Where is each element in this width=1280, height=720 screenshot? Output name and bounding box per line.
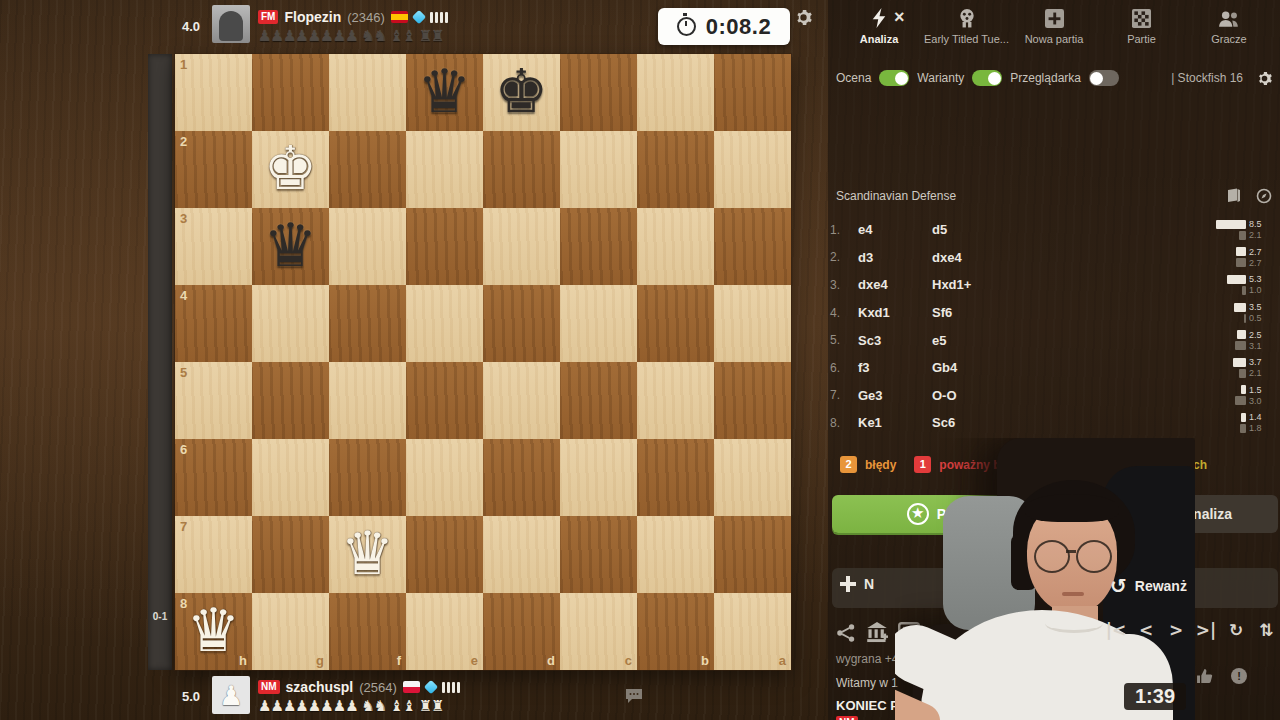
w-time-bar xyxy=(1216,220,1246,229)
bottom-player-name-row: NM szachuspl (2564) xyxy=(258,679,460,695)
square-g4[interactable] xyxy=(252,285,329,362)
new-game-button[interactable]: N xyxy=(840,576,874,592)
square-a4[interactable] xyxy=(714,285,791,362)
move-number: 8. xyxy=(830,416,858,430)
square-g1[interactable] xyxy=(252,54,329,131)
evaluation-bar: 0-1 xyxy=(148,54,172,670)
move-navigation: |< < > >| ↻ ⇅ xyxy=(1104,620,1278,640)
square-g7[interactable] xyxy=(252,516,329,593)
share-icon[interactable] xyxy=(836,622,856,644)
white-queen-h8[interactable]: ♛ xyxy=(175,593,252,670)
top-clock-time: 0:08.2 xyxy=(706,14,771,40)
square-g8[interactable]: g xyxy=(252,593,329,670)
w-time-line: 3.5 xyxy=(1212,302,1276,312)
square-g3[interactable]: ♛ xyxy=(252,208,329,285)
tab-gracze[interactable]: Gracze xyxy=(1186,6,1272,45)
move-number: 1. xyxy=(830,223,858,237)
engine-label: | Stockfish 16 xyxy=(1171,71,1243,85)
analysis-label: Analiza xyxy=(1183,506,1232,522)
toggle-row: Ocena Warianty Przeglądarka | Stockfish … xyxy=(836,70,1272,86)
square-h4[interactable]: 4 xyxy=(175,285,252,362)
spain-flag-icon xyxy=(391,11,408,23)
square-e3[interactable] xyxy=(406,208,483,285)
black-king-d1[interactable]: ♚ xyxy=(483,54,560,131)
black-move[interactable]: dxe4 xyxy=(932,250,1006,265)
b-time-line: 3.1 xyxy=(1212,341,1276,351)
b-time-value: 0.5 xyxy=(1246,313,1275,323)
w-time-value: 5.3 xyxy=(1246,274,1275,284)
white-move[interactable]: e4 xyxy=(858,222,932,237)
b-time-line: 2.1 xyxy=(1212,368,1276,378)
black-queen-e1[interactable]: ♛ xyxy=(406,54,483,131)
w-time-value: 2.5 xyxy=(1246,330,1275,340)
toggle-label-ocena: Ocena xyxy=(836,71,871,85)
square-f8[interactable]: f xyxy=(329,593,406,670)
square-b7[interactable] xyxy=(637,516,714,593)
explorer-compass-icon[interactable] xyxy=(1256,188,1272,204)
square-e4[interactable] xyxy=(406,285,483,362)
medal-icon xyxy=(958,6,976,28)
square-h6[interactable]: 6 xyxy=(175,439,252,516)
move-row-8: 8.Ke1Sc61.41.8 xyxy=(830,409,1276,437)
square-e2[interactable] xyxy=(406,131,483,208)
move-times: 3.50.5 xyxy=(1212,302,1276,323)
streak-bars-icon xyxy=(430,12,448,23)
bottom-player-clock: 1:39 xyxy=(1124,683,1186,710)
w-time-bar xyxy=(1236,247,1246,256)
clock-icon xyxy=(677,17,696,36)
top-player-captured-pieces: ♟♟♟♟♟♟♟♟ ♞♞ ♝♝ ♜♜ xyxy=(258,27,444,45)
square-a2[interactable] xyxy=(714,131,791,208)
nav-back-icon[interactable]: < xyxy=(1134,620,1158,640)
square-d6[interactable] xyxy=(483,439,560,516)
b-time-value: 2.1 xyxy=(1246,230,1275,240)
people-icon xyxy=(1218,6,1240,28)
square-a6[interactable] xyxy=(714,439,791,516)
w-time-line: 3.7 xyxy=(1212,357,1276,367)
mistakes-label: błędy xyxy=(865,458,896,472)
square-e8[interactable]: e xyxy=(406,593,483,670)
b-time-value: 2.7 xyxy=(1246,258,1275,268)
w-time-value: 8.5 xyxy=(1246,219,1275,229)
b-time-line: 1.8 xyxy=(1212,423,1276,433)
rank-label-2: 2 xyxy=(180,135,187,148)
tab-analiza[interactable]: Analiza xyxy=(836,6,922,45)
square-a1[interactable] xyxy=(714,54,791,131)
square-a3[interactable] xyxy=(714,208,791,285)
w-time-line: 5.3 xyxy=(1212,274,1276,284)
top-player-title-badge: FM xyxy=(258,10,278,24)
move-number: 2. xyxy=(830,250,858,264)
bottom-player-name[interactable]: szachuspl xyxy=(286,679,354,695)
tab-early-titled-tue[interactable]: Early Titled Tue... xyxy=(924,6,1010,45)
review-badges: 2 błędy 1 poważny błąd 0 przeoczonych wy… xyxy=(840,456,1276,473)
game-result-label: 0-1 xyxy=(148,611,172,622)
tab-nowa-partia[interactable]: Nowa partia xyxy=(1011,6,1097,45)
square-b5[interactable] xyxy=(637,362,714,439)
b-time-value: 1.8 xyxy=(1246,423,1275,433)
move-row-7: 7.Ge3O-O1.53.0 xyxy=(830,382,1276,410)
square-a5[interactable] xyxy=(714,362,791,439)
square-c7[interactable] xyxy=(560,516,637,593)
white-move[interactable]: Ke1 xyxy=(858,415,932,430)
like-icon[interactable] xyxy=(1196,668,1213,685)
nav-rotate-icon[interactable]: ↻ xyxy=(1224,620,1248,640)
toggle-ocena[interactable] xyxy=(879,70,909,86)
square-c5[interactable] xyxy=(560,362,637,439)
square-e1[interactable]: ♛ xyxy=(406,54,483,131)
nav-flip-icon[interactable]: ⇅ xyxy=(1254,620,1278,640)
w-time-value: 3.7 xyxy=(1246,357,1275,367)
black-move[interactable]: O-O xyxy=(932,388,1006,403)
rank-label-6: 6 xyxy=(180,443,187,456)
move-row-3: 3.dxe4Hxd1+5.31.0 xyxy=(830,271,1276,299)
share-icon-row xyxy=(836,622,920,644)
square-d3[interactable] xyxy=(483,208,560,285)
move-times: 2.72.7 xyxy=(1212,247,1276,268)
square-g2[interactable]: ♚ xyxy=(252,131,329,208)
square-c6[interactable] xyxy=(560,439,637,516)
blunder-label: poważny błąd xyxy=(939,458,1018,472)
rank-label-4: 4 xyxy=(180,289,187,302)
w-time-value: 2.7 xyxy=(1246,247,1275,257)
move-times: 5.31.0 xyxy=(1212,274,1276,295)
diamond-membership-icon xyxy=(424,680,438,694)
tab-label: Analiza xyxy=(860,33,899,45)
w-time-line: 1.4 xyxy=(1212,412,1276,422)
w-time-bar xyxy=(1234,303,1246,312)
nav-start-icon[interactable]: |< xyxy=(1104,620,1128,640)
black-move[interactable]: e5 xyxy=(932,333,1006,348)
square-e6[interactable] xyxy=(406,439,483,516)
square-h8[interactable]: 8h♛ xyxy=(175,593,252,670)
move-row-2: 2.d3dxe42.72.7 xyxy=(830,244,1276,272)
rank-label-7: 7 xyxy=(180,520,187,533)
w-time-line: 2.7 xyxy=(1212,247,1276,257)
w-time-line: 2.5 xyxy=(1212,330,1276,340)
b-time-bar xyxy=(1235,396,1246,405)
black-move[interactable]: Gb4 xyxy=(932,360,1006,375)
square-c8[interactable]: c xyxy=(560,593,637,670)
board-icon xyxy=(1132,6,1151,28)
rematch-arrow-icon: ↺ xyxy=(1110,576,1127,596)
player-status-line: NM sza xyxy=(836,716,882,720)
square-d7[interactable] xyxy=(483,516,560,593)
tab-label: Gracze xyxy=(1211,33,1246,45)
nav-forward-icon[interactable]: > xyxy=(1164,620,1188,640)
move-times: 8.52.1 xyxy=(1212,219,1276,240)
black-move[interactable]: Sf6 xyxy=(932,305,1006,320)
rank-label-3: 3 xyxy=(180,212,187,225)
b-time-line: 0.5 xyxy=(1212,313,1276,323)
square-f7[interactable]: ♛ xyxy=(329,516,406,593)
b-time-value: 1.0 xyxy=(1246,285,1275,295)
square-f1[interactable] xyxy=(329,54,406,131)
tab-partie[interactable]: Partie xyxy=(1099,6,1185,45)
bottom-player-captured-pieces: ♟♟♟♟♟♟♟♟ ♞♞ ♝♝ ♜♜ xyxy=(258,697,444,715)
white-move[interactable]: f3 xyxy=(858,360,932,375)
move-number: 3. xyxy=(830,278,858,292)
rematch-label: Rewanż xyxy=(1135,578,1187,594)
black-move[interactable]: Sc6 xyxy=(932,415,1006,430)
square-c1[interactable] xyxy=(560,54,637,131)
new-game-label: N xyxy=(864,576,874,592)
square-d1[interactable]: ♚ xyxy=(483,54,560,131)
square-f5[interactable] xyxy=(329,362,406,439)
w-time-value: 3.5 xyxy=(1246,302,1275,312)
b-time-line: 3.0 xyxy=(1212,396,1276,406)
move-list: 1.e4d58.52.12.d3dxe42.72.73.dxe4Hxd1+5.3… xyxy=(830,216,1276,437)
file-label-f: f xyxy=(397,654,401,667)
white-king-g2[interactable]: ♚ xyxy=(252,131,329,208)
game-review-button[interactable]: ★ Przegląd part xyxy=(832,495,1100,533)
info-icon[interactable]: ! xyxy=(1231,668,1247,684)
opening-name[interactable]: Scandinavian Defense xyxy=(836,189,956,203)
w-time-value: 1.5 xyxy=(1246,385,1275,395)
white-move[interactable]: d3 xyxy=(858,250,932,265)
black-queen-g3[interactable]: ♛ xyxy=(252,208,329,285)
move-number: 7. xyxy=(830,388,858,402)
white-move[interactable]: Kxd1 xyxy=(858,305,932,320)
square-h2[interactable]: 2 xyxy=(175,131,252,208)
lightning-icon xyxy=(872,6,886,28)
move-times: 2.53.1 xyxy=(1212,330,1276,351)
toggle-przegladarka[interactable] xyxy=(1089,70,1119,86)
square-d8[interactable]: d xyxy=(483,593,560,670)
square-e5[interactable] xyxy=(406,362,483,439)
star-icon: ★ xyxy=(907,503,929,525)
move-times: 1.53.0 xyxy=(1212,385,1276,406)
w-time-bar xyxy=(1233,358,1246,367)
square-g6[interactable] xyxy=(252,439,329,516)
square-c4[interactable] xyxy=(560,285,637,362)
streak-bars-icon xyxy=(442,682,460,693)
square-a7[interactable] xyxy=(714,516,791,593)
bottom-player-score: 5.0 xyxy=(182,689,200,704)
square-f6[interactable] xyxy=(329,439,406,516)
b-time-bar xyxy=(1239,369,1246,378)
board[interactable]: 1♛♚2♚3♛4567♛8h♛gfedcba xyxy=(175,54,791,670)
toggle-warianty[interactable] xyxy=(972,70,1002,86)
b-time-bar xyxy=(1239,231,1246,240)
b-time-line: 2.7 xyxy=(1212,258,1276,268)
missed-wins-count-badge: 0 xyxy=(1036,456,1053,473)
bottom-player-title-badge: NM xyxy=(258,680,280,694)
square-b3[interactable] xyxy=(637,208,714,285)
file-label-g: g xyxy=(316,654,324,667)
b-time-bar xyxy=(1236,258,1246,267)
square-h7[interactable]: 7 xyxy=(175,516,252,593)
status-player-name: sza xyxy=(863,716,882,720)
move-row-1: 1.e4d58.52.1 xyxy=(830,216,1276,244)
square-e7[interactable] xyxy=(406,516,483,593)
black-move[interactable]: d5 xyxy=(932,222,1006,237)
square-b2[interactable] xyxy=(637,131,714,208)
rematch-button[interactable]: ↺ Rewanż xyxy=(1110,576,1187,596)
feedback-icons: ! xyxy=(1196,668,1247,685)
tab-label: Early Titled Tue... xyxy=(924,33,1009,45)
w-time-bar xyxy=(1237,330,1246,339)
move-times: 1.41.8 xyxy=(1212,412,1276,433)
square-b4[interactable] xyxy=(637,285,714,362)
settings-gear-icon[interactable] xyxy=(795,9,812,26)
export-board-icon[interactable] xyxy=(898,622,920,644)
square-f2[interactable] xyxy=(329,131,406,208)
w-time-line: 1.5 xyxy=(1212,385,1276,395)
move-number: 6. xyxy=(830,361,858,375)
mistakes-count-badge: 2 xyxy=(840,456,857,473)
move-times: 3.72.1 xyxy=(1212,357,1276,378)
move-row-4: 4.Kxd1Sf63.50.5 xyxy=(830,299,1276,327)
missed-wins-label: przeoczonych wygranych xyxy=(1061,458,1207,472)
square-g5[interactable] xyxy=(252,362,329,439)
diamond-membership-icon xyxy=(412,10,426,24)
b-time-value: 2.1 xyxy=(1246,368,1275,378)
welcome-status-line: Witamy w 1 xyxy=(836,676,898,690)
file-label-a: a xyxy=(779,654,786,667)
square-b6[interactable] xyxy=(637,439,714,516)
plus-icon xyxy=(840,576,856,592)
b-time-bar xyxy=(1235,341,1246,350)
top-player-score: 4.0 xyxy=(182,19,200,34)
square-f3[interactable] xyxy=(329,208,406,285)
square-h5[interactable]: 5 xyxy=(175,362,252,439)
nav-end-icon[interactable]: >| xyxy=(1194,620,1218,640)
square-h1[interactable]: 1 xyxy=(175,54,252,131)
bottom-player-rating: (2564) xyxy=(359,680,397,695)
blunder-count-badge: 1 xyxy=(914,456,931,473)
rank-label-5: 5 xyxy=(180,366,187,379)
b-time-line: 1.0 xyxy=(1212,285,1276,295)
status-title-badge: NM xyxy=(836,716,858,720)
square-f4[interactable] xyxy=(329,285,406,362)
tab-label: Nowa partia xyxy=(1025,33,1084,45)
file-label-c: c xyxy=(625,654,632,667)
engine-gear-icon[interactable] xyxy=(1257,71,1272,86)
game-review-label: Przegląd part xyxy=(937,506,1026,522)
opening-row: Scandinavian Defense xyxy=(836,188,1272,204)
square-b1[interactable] xyxy=(637,54,714,131)
top-player-name[interactable]: Flopezin xyxy=(284,9,341,25)
plus-square-icon xyxy=(1045,6,1064,28)
close-icon[interactable]: × xyxy=(894,8,905,26)
square-b8[interactable]: b xyxy=(637,593,714,670)
move-number: 4. xyxy=(830,306,858,320)
b-time-line: 2.1 xyxy=(1212,230,1276,240)
square-d2[interactable] xyxy=(483,131,560,208)
top-player-clock: 0:08.2 xyxy=(658,8,790,45)
move-number: 5. xyxy=(830,333,858,347)
top-player-name-row: FM Flopezin (2346) xyxy=(258,9,448,25)
b-time-value: 3.0 xyxy=(1246,396,1275,406)
poland-flag-icon xyxy=(403,681,420,693)
toggle-label-przegladarka: Przeglądarka xyxy=(1010,71,1081,85)
white-queen-f7[interactable]: ♛ xyxy=(329,516,406,593)
white-move[interactable]: dxe4 xyxy=(858,277,932,292)
result-status-line: wygrana +4 / xyxy=(836,652,905,666)
move-row-5: 5.Sc3e52.53.1 xyxy=(830,326,1276,354)
square-c2[interactable] xyxy=(560,131,637,208)
w-time-line: 8.5 xyxy=(1212,219,1276,229)
analysis-button[interactable]: Analiza xyxy=(1112,495,1278,533)
black-move[interactable]: Hxd1+ xyxy=(932,277,1006,292)
white-move[interactable]: Ge3 xyxy=(858,388,932,403)
top-player-avatar[interactable] xyxy=(212,5,250,43)
rank-label-1: 1 xyxy=(180,58,187,71)
add-to-library-icon[interactable] xyxy=(866,622,888,644)
white-move[interactable]: Sc3 xyxy=(858,333,932,348)
bottom-player-avatar[interactable]: ♟ xyxy=(212,676,250,714)
file-label-e: e xyxy=(471,654,478,667)
square-d4[interactable] xyxy=(483,285,560,362)
secondary-button-row xyxy=(832,568,1278,608)
square-c3[interactable] xyxy=(560,208,637,285)
top-player-rating: (2346) xyxy=(347,10,385,25)
w-time-value: 1.4 xyxy=(1246,412,1275,422)
square-d5[interactable] xyxy=(483,362,560,439)
file-label-d: d xyxy=(547,654,555,667)
tab-label: Partie xyxy=(1127,33,1156,45)
chat-bubble-icon[interactable] xyxy=(624,687,644,705)
w-time-bar xyxy=(1227,275,1246,284)
b-time-value: 3.1 xyxy=(1246,341,1275,351)
magnifier-icon xyxy=(1158,506,1175,523)
toggle-label-warianty: Warianty xyxy=(917,71,964,85)
book-icon[interactable] xyxy=(1226,188,1242,204)
move-row-6: 6.f3Gb43.72.1 xyxy=(830,354,1276,382)
file-label-b: b xyxy=(701,654,709,667)
square-h3[interactable]: 3 xyxy=(175,208,252,285)
square-a8[interactable]: a xyxy=(714,593,791,670)
game-end-status-line: KONIEC P xyxy=(836,698,899,713)
